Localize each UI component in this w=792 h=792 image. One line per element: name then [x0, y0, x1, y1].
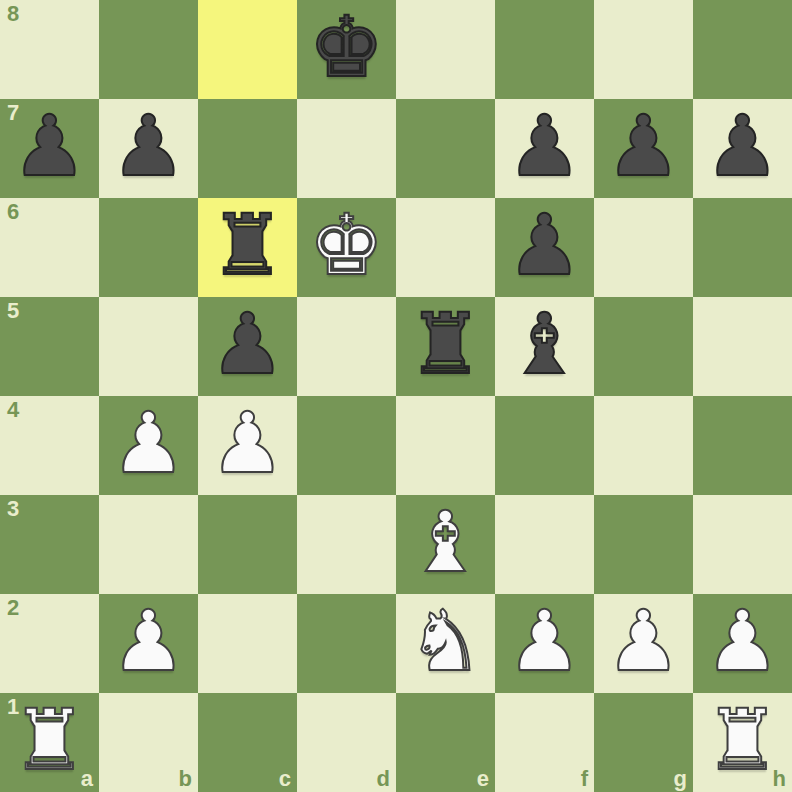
black-pawn[interactable]: ♟ [606, 104, 681, 188]
white-knight[interactable]: ♞ [408, 599, 483, 683]
file-label-c: c [279, 768, 291, 790]
black-pawn[interactable]: ♟ [507, 104, 582, 188]
square-c6[interactable]: ♜ [198, 198, 297, 297]
white-bishop[interactable]: ♝ [408, 500, 483, 584]
square-e8[interactable] [396, 0, 495, 99]
square-h4[interactable] [693, 396, 792, 495]
file-label-d: d [377, 768, 390, 790]
square-f4[interactable] [495, 396, 594, 495]
square-d8[interactable]: ♚ [297, 0, 396, 99]
square-f6[interactable]: ♟ [495, 198, 594, 297]
square-f3[interactable] [495, 495, 594, 594]
square-h6[interactable] [693, 198, 792, 297]
black-bishop[interactable]: ♝ [507, 302, 582, 386]
square-a1[interactable]: 1a♜ [0, 693, 99, 792]
square-b1[interactable]: b [99, 693, 198, 792]
square-f2[interactable]: ♟ [495, 594, 594, 693]
square-f7[interactable]: ♟ [495, 99, 594, 198]
square-f5[interactable]: ♝ [495, 297, 594, 396]
square-h3[interactable] [693, 495, 792, 594]
square-c1[interactable]: c [198, 693, 297, 792]
square-e3[interactable]: ♝ [396, 495, 495, 594]
square-h1[interactable]: h♜ [693, 693, 792, 792]
square-c2[interactable] [198, 594, 297, 693]
square-b8[interactable] [99, 0, 198, 99]
white-pawn[interactable]: ♟ [606, 599, 681, 683]
square-g8[interactable] [594, 0, 693, 99]
square-g3[interactable] [594, 495, 693, 594]
square-b2[interactable]: ♟ [99, 594, 198, 693]
square-a6[interactable]: 6 [0, 198, 99, 297]
square-c4[interactable]: ♟ [198, 396, 297, 495]
square-e1[interactable]: e [396, 693, 495, 792]
file-label-f: f [581, 768, 588, 790]
square-b3[interactable] [99, 495, 198, 594]
square-e5[interactable]: ♜ [396, 297, 495, 396]
square-e2[interactable]: ♞ [396, 594, 495, 693]
black-pawn[interactable]: ♟ [507, 203, 582, 287]
square-a8[interactable]: 8 [0, 0, 99, 99]
black-king[interactable]: ♚ [309, 5, 384, 89]
square-g6[interactable] [594, 198, 693, 297]
square-a5[interactable]: 5 [0, 297, 99, 396]
rank-label-3: 3 [7, 498, 19, 520]
square-a4[interactable]: 4 [0, 396, 99, 495]
square-b4[interactable]: ♟ [99, 396, 198, 495]
square-c7[interactable] [198, 99, 297, 198]
square-f8[interactable] [495, 0, 594, 99]
square-g5[interactable] [594, 297, 693, 396]
white-rook[interactable]: ♜ [12, 698, 87, 782]
square-b6[interactable] [99, 198, 198, 297]
file-label-e: e [477, 768, 489, 790]
square-h8[interactable] [693, 0, 792, 99]
square-h7[interactable]: ♟ [693, 99, 792, 198]
rank-label-8: 8 [7, 3, 19, 25]
white-king[interactable]: ♚ [309, 203, 384, 287]
square-d7[interactable] [297, 99, 396, 198]
chess-board: 8♚7♟♟♟♟♟6♜♚♟5♟♜♝4♟♟3♝2♟♞♟♟♟1a♜bcdefgh♜ [0, 0, 792, 792]
square-h2[interactable]: ♟ [693, 594, 792, 693]
white-pawn[interactable]: ♟ [210, 401, 285, 485]
square-e7[interactable] [396, 99, 495, 198]
rank-label-5: 5 [7, 300, 19, 322]
square-e4[interactable] [396, 396, 495, 495]
square-d4[interactable] [297, 396, 396, 495]
square-a3[interactable]: 3 [0, 495, 99, 594]
square-d3[interactable] [297, 495, 396, 594]
square-d1[interactable]: d [297, 693, 396, 792]
square-b5[interactable] [99, 297, 198, 396]
rank-label-2: 2 [7, 597, 19, 619]
file-label-b: b [179, 768, 192, 790]
file-label-g: g [674, 768, 687, 790]
rank-label-4: 4 [7, 399, 19, 421]
square-c3[interactable] [198, 495, 297, 594]
black-pawn[interactable]: ♟ [111, 104, 186, 188]
black-pawn[interactable]: ♟ [705, 104, 780, 188]
black-rook[interactable]: ♜ [210, 203, 285, 287]
square-b7[interactable]: ♟ [99, 99, 198, 198]
black-pawn[interactable]: ♟ [210, 302, 285, 386]
square-f1[interactable]: f [495, 693, 594, 792]
square-a7[interactable]: 7♟ [0, 99, 99, 198]
square-g1[interactable]: g [594, 693, 693, 792]
black-pawn[interactable]: ♟ [12, 104, 87, 188]
square-h5[interactable] [693, 297, 792, 396]
square-c8[interactable] [198, 0, 297, 99]
square-g2[interactable]: ♟ [594, 594, 693, 693]
rank-label-6: 6 [7, 201, 19, 223]
square-a2[interactable]: 2 [0, 594, 99, 693]
white-pawn[interactable]: ♟ [507, 599, 582, 683]
black-rook[interactable]: ♜ [408, 302, 483, 386]
square-g7[interactable]: ♟ [594, 99, 693, 198]
square-d2[interactable] [297, 594, 396, 693]
white-pawn[interactable]: ♟ [705, 599, 780, 683]
square-e6[interactable] [396, 198, 495, 297]
square-d5[interactable] [297, 297, 396, 396]
square-g4[interactable] [594, 396, 693, 495]
white-pawn[interactable]: ♟ [111, 599, 186, 683]
white-rook[interactable]: ♜ [705, 698, 780, 782]
white-pawn[interactable]: ♟ [111, 401, 186, 485]
square-d6[interactable]: ♚ [297, 198, 396, 297]
square-c5[interactable]: ♟ [198, 297, 297, 396]
